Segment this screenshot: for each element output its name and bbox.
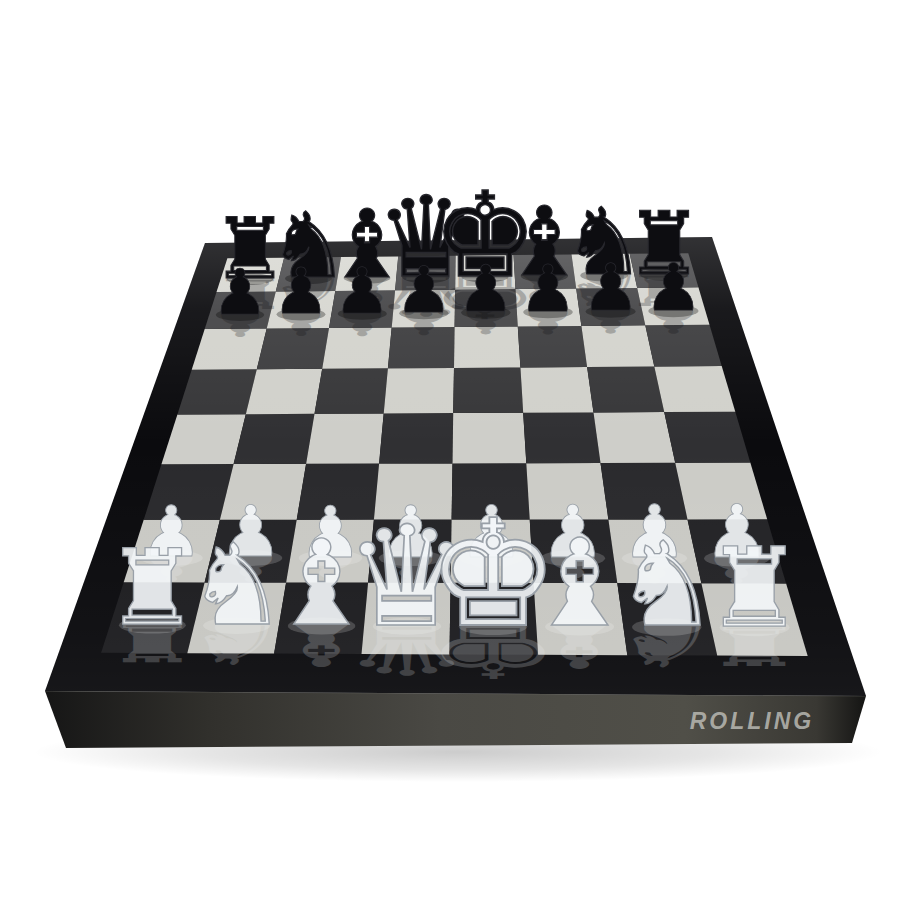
square-e5 xyxy=(453,367,523,413)
square-h4 xyxy=(664,412,750,463)
piece-black-p-b7: ♟ xyxy=(273,254,330,328)
piece-black-p-g7: ♟ xyxy=(582,250,640,325)
square-d5 xyxy=(384,368,454,414)
piece-black-p-e7: ♟ xyxy=(457,251,515,326)
piece-black-p-f7: ♟ xyxy=(519,251,577,326)
piece-black-p-a7: ♟ xyxy=(212,256,268,329)
square-c5 xyxy=(315,368,388,414)
square-e4 xyxy=(453,413,527,464)
square-f5 xyxy=(520,367,593,413)
square-h5 xyxy=(654,366,735,412)
square-b4 xyxy=(234,414,315,464)
piece-white-r-h1: ♜ xyxy=(705,524,804,652)
piece-black-p-c7: ♟ xyxy=(334,254,391,328)
square-c4 xyxy=(306,414,384,464)
piece-white-n-g1: ♞ xyxy=(615,517,720,652)
square-g5 xyxy=(587,367,664,413)
piece-black-p-h7: ♟ xyxy=(644,249,702,325)
square-d4 xyxy=(379,413,453,464)
square-g4 xyxy=(594,412,676,463)
brand-logo: ROLLING xyxy=(690,708,815,734)
piece-black-p-d7: ♟ xyxy=(395,253,452,327)
chess-set-photo: ROLLING♜♜♞♞♝♝♛♛♚♚♝♝♞♞♜♜♟♟♟♟♟♟♟♟♟♟♟♟♟♟♟♟♟… xyxy=(0,0,900,900)
photo-stage: ROLLING♜♜♞♞♝♝♛♛♚♚♝♝♞♞♜♜♟♟♟♟♟♟♟♟♟♟♟♟♟♟♟♟♟… xyxy=(0,0,900,900)
square-f4 xyxy=(523,412,600,463)
square-b5 xyxy=(246,369,322,414)
